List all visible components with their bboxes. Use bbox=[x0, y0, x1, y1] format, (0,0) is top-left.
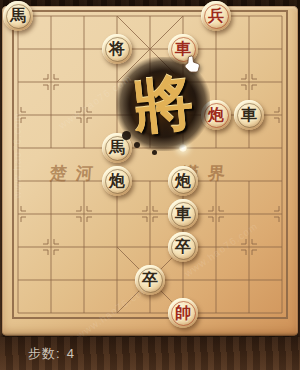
xiangqi-board[interactable]: 楚河 漢界 馬兵将車炮車馬炮炮車卒卒帥 將 bbox=[2, 6, 298, 336]
steps-value: 4 bbox=[67, 346, 75, 361]
piece-black-soldier-a[interactable]: 卒 bbox=[167, 231, 200, 264]
piece-black-cannon-a[interactable]: 炮 bbox=[101, 165, 134, 198]
ink-splash bbox=[134, 142, 140, 148]
piece-layer: 馬兵将車炮車馬炮炮車卒卒帥 bbox=[2, 0, 299, 330]
status-bar: 步数:4 bbox=[0, 337, 300, 370]
ink-splash bbox=[152, 150, 157, 155]
check-character: 將 bbox=[130, 71, 196, 137]
steps-label: 步数: bbox=[28, 346, 61, 361]
hand-cursor-icon bbox=[183, 55, 201, 75]
piece-black-soldier-b[interactable]: 卒 bbox=[134, 264, 167, 297]
piece-red-soldier[interactable]: 兵 bbox=[200, 0, 233, 33]
piece-red-general[interactable]: 帥 bbox=[167, 297, 200, 330]
piece-black-chariot-b[interactable]: 車 bbox=[167, 198, 200, 231]
ink-splash bbox=[122, 131, 131, 140]
piece-black-cannon-b[interactable]: 炮 bbox=[167, 165, 200, 198]
piece-black-chariot-a[interactable]: 車 bbox=[233, 99, 266, 132]
piece-black-horse-a[interactable]: 馬 bbox=[2, 0, 35, 33]
game-screen: 楚河 漢界 馬兵将車炮車馬炮炮車卒卒帥 將 www.hao76.com www.… bbox=[0, 0, 300, 370]
step-counter: 步数:4 bbox=[28, 345, 75, 363]
